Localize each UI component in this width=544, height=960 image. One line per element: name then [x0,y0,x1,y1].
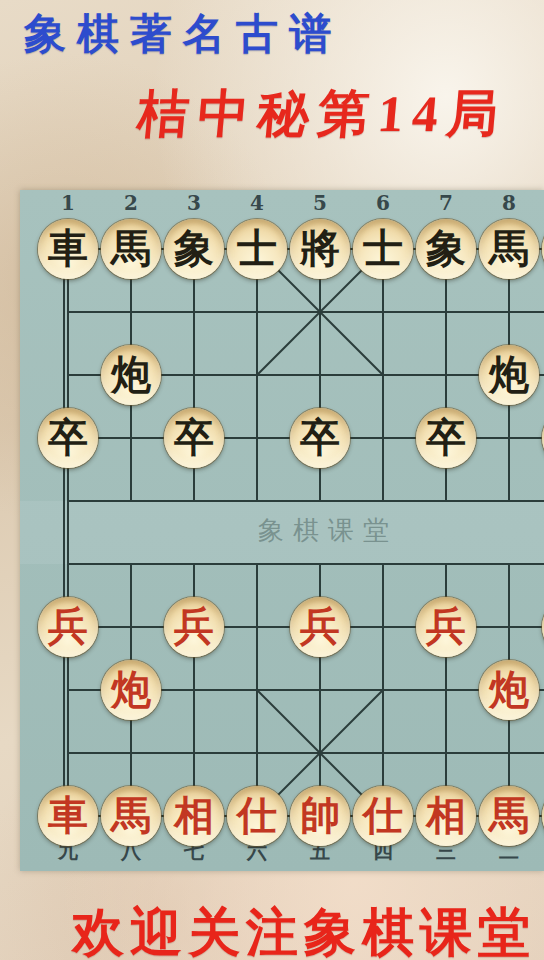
piece-red-仕-c4r10: 仕 [227,786,287,846]
piece-black-卒-c1r4: 卒 [38,408,98,468]
piece-black-車-c1r1: 車 [38,219,98,279]
file-label-4: 4 [226,191,289,215]
piece-red-相-c3r10: 相 [164,786,224,846]
piece-black-象-c3r1: 象 [164,219,224,279]
piece-red-車-c1r10: 車 [38,786,98,846]
piece-red-兵-c1r7: 兵 [38,597,98,657]
piece-black-士-c4r1: 士 [227,219,287,279]
file-label-8: 8 [478,191,541,215]
piece-red-炮-c8r8: 炮 [479,660,539,720]
piece-black-卒-c3r4: 卒 [164,408,224,468]
piece-black-馬-c8r1: 馬 [479,219,539,279]
piece-black-士-c6r1: 士 [353,219,413,279]
file-label-3: 3 [163,191,226,215]
piece-black-卒-c7r4: 卒 [416,408,476,468]
file-label-2: 2 [100,191,163,215]
piece-red-仕-c6r10: 仕 [353,786,413,846]
piece-red-炮-c2r8: 炮 [101,660,161,720]
file-label-5: 5 [289,191,352,215]
piece-black-卒-c5r4: 卒 [290,408,350,468]
file-label-9: 9 [541,191,544,215]
piece-red-相-c7r10: 相 [416,786,476,846]
piece-black-象-c7r1: 象 [416,219,476,279]
piece-black-炮-c8r3: 炮 [479,345,539,405]
piece-black-炮-c2r3: 炮 [101,345,161,405]
file-label-7: 7 [415,191,478,215]
video-frame: 象棋著名古谱 桔中秘第14局 [0,0,544,960]
piece-red-帥-c5r10: 帥 [290,786,350,846]
xiangqi-board: 象棋课堂 123456789 九八七六五四三二一 車馬象士將士象馬車炮炮卒卒卒卒… [20,190,544,871]
piece-red-馬-c8r10: 馬 [479,786,539,846]
piece-red-兵-c7r7: 兵 [416,597,476,657]
piece-black-將-c5r1: 將 [290,219,350,279]
game-title: 桔中秘第14局 [135,80,510,149]
piece-red-馬-c2r10: 馬 [101,786,161,846]
piece-red-兵-c3r7: 兵 [164,597,224,657]
piece-black-馬-c2r1: 馬 [101,219,161,279]
footer-caption: 欢迎关注象棋课堂 [72,898,536,960]
file-numbers-top: 123456789 [37,191,544,215]
file-label-1: 1 [37,191,100,215]
series-title: 象棋著名古谱 [24,6,342,62]
file-label-6: 6 [352,191,415,215]
piece-red-兵-c5r7: 兵 [290,597,350,657]
pieces-layer: 車馬象士將士象馬車炮炮卒卒卒卒卒兵兵兵兵兵炮炮車馬相仕帥仕相馬車 [37,218,544,848]
